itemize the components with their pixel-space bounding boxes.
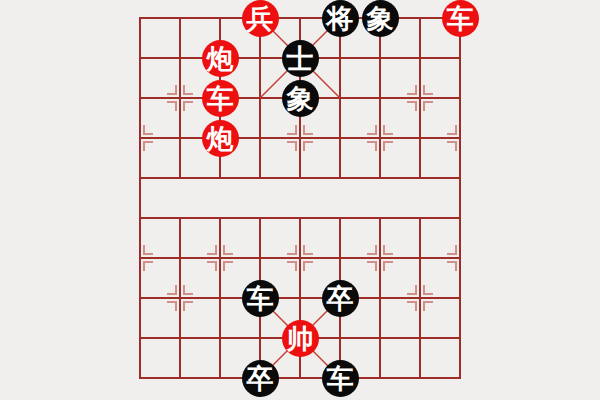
pieces-layer: 兵将象车炮士车象炮车卒帅卒车	[139, 17, 461, 379]
piece-red-cannon[interactable]: 炮	[202, 40, 239, 77]
piece-black-advisor[interactable]: 士	[282, 40, 319, 77]
piece-red-chariot[interactable]: 车	[442, 0, 479, 37]
piece-black-soldier[interactable]: 卒	[242, 360, 279, 397]
piece-black-soldier[interactable]: 卒	[322, 280, 359, 317]
piece-red-chariot[interactable]: 车	[202, 80, 239, 117]
piece-black-chariot[interactable]: 车	[322, 360, 359, 397]
piece-black-general[interactable]: 将	[322, 0, 359, 37]
piece-black-elephant[interactable]: 象	[362, 0, 399, 37]
xiangqi-diagram: 兵将象车炮士车象炮车卒帅卒车	[0, 0, 600, 400]
piece-red-cannon[interactable]: 炮	[202, 120, 239, 157]
piece-red-soldier[interactable]: 兵	[242, 0, 279, 37]
piece-black-elephant[interactable]: 象	[282, 80, 319, 117]
piece-black-chariot[interactable]: 车	[242, 280, 279, 317]
piece-red-general[interactable]: 帅	[282, 320, 319, 357]
